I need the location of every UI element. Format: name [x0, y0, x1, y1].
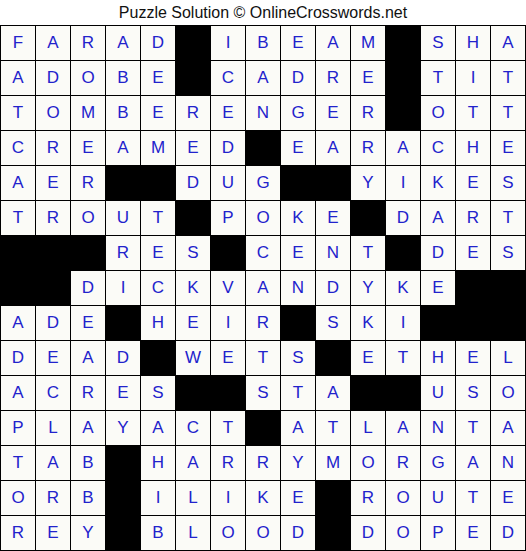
letter-cell: Y — [71, 516, 105, 550]
letter-cell: A — [1, 306, 35, 340]
black-square — [1, 271, 35, 305]
letter-cell: E — [351, 341, 385, 375]
letter-cell: G — [246, 166, 280, 200]
letter-cell: D — [491, 516, 525, 550]
letter-cell: D — [386, 201, 420, 235]
letter-cell: A — [1, 61, 35, 95]
letter-cell: Y — [351, 271, 385, 305]
letter-cell: E — [456, 236, 490, 270]
letter-cell: T — [1, 201, 35, 235]
letter-cell: S — [281, 341, 315, 375]
letter-cell: E — [141, 61, 175, 95]
letter-cell: M — [316, 446, 350, 480]
black-square — [106, 306, 140, 340]
black-square — [106, 516, 140, 550]
letter-cell: K — [421, 166, 455, 200]
black-square — [211, 376, 245, 410]
letter-cell: I — [211, 481, 245, 515]
letter-cell: A — [246, 271, 280, 305]
letter-cell: O — [71, 61, 105, 95]
black-square — [1, 236, 35, 270]
letter-cell: P — [211, 201, 245, 235]
letter-cell: B — [106, 61, 140, 95]
letter-cell: L — [176, 516, 210, 550]
letter-cell: O — [36, 96, 70, 130]
black-square — [386, 61, 420, 95]
letter-cell: D — [141, 26, 175, 60]
letter-cell: E — [421, 271, 455, 305]
letter-cell: A — [1, 376, 35, 410]
letter-cell: O — [71, 201, 105, 235]
letter-cell: K — [246, 481, 280, 515]
letter-cell: O — [386, 516, 420, 550]
black-square — [71, 236, 105, 270]
letter-cell: N — [281, 271, 315, 305]
letter-cell: E — [316, 96, 350, 130]
letter-cell: R — [36, 131, 70, 165]
letter-cell: V — [211, 271, 245, 305]
letter-cell: E — [141, 96, 175, 130]
black-square — [141, 341, 175, 375]
letter-cell: T — [456, 96, 490, 130]
black-square — [106, 446, 140, 480]
letter-cell: R — [386, 446, 420, 480]
black-square — [386, 376, 420, 410]
letter-cell: O — [1, 481, 35, 515]
letter-cell: E — [36, 516, 70, 550]
letter-cell: T — [211, 411, 245, 445]
letter-cell: E — [281, 26, 315, 60]
letter-cell: L — [36, 411, 70, 445]
puzzle-solution-page: Puzzle Solution © OnlineCrosswords.net F… — [0, 0, 526, 551]
black-square — [246, 411, 280, 445]
letter-cell: K — [281, 201, 315, 235]
black-square — [106, 166, 140, 200]
letter-cell: A — [491, 26, 525, 60]
black-square — [491, 271, 525, 305]
letter-cell: E — [106, 376, 140, 410]
letter-cell: D — [36, 61, 70, 95]
letter-cell: R — [36, 481, 70, 515]
letter-cell: I — [106, 271, 140, 305]
letter-cell: S — [491, 166, 525, 200]
black-square — [36, 236, 70, 270]
letter-cell: B — [71, 446, 105, 480]
letter-cell: D — [281, 516, 315, 550]
letter-cell: H — [421, 341, 455, 375]
letter-cell: S — [176, 236, 210, 270]
letter-cell: R — [106, 236, 140, 270]
letter-cell: D — [71, 271, 105, 305]
letter-cell: T — [1, 446, 35, 480]
letter-cell: E — [176, 306, 210, 340]
letter-cell: O — [246, 516, 280, 550]
letter-cell: D — [421, 236, 455, 270]
black-square — [386, 26, 420, 60]
letter-cell: L — [351, 411, 385, 445]
letter-cell: E — [211, 96, 245, 130]
letter-cell: E — [211, 341, 245, 375]
letter-cell: T — [456, 411, 490, 445]
letter-cell: I — [211, 26, 245, 60]
letter-cell: M — [351, 26, 385, 60]
letter-cell: D — [1, 341, 35, 375]
letter-cell: A — [386, 131, 420, 165]
black-square — [316, 516, 350, 550]
letter-cell: R — [246, 306, 280, 340]
letter-cell: E — [491, 481, 525, 515]
letter-cell: M — [71, 96, 105, 130]
letter-cell: T — [456, 481, 490, 515]
letter-cell: A — [106, 26, 140, 60]
letter-cell: R — [246, 446, 280, 480]
letter-cell: T — [246, 341, 280, 375]
letter-cell: O — [351, 446, 385, 480]
letter-cell: R — [71, 376, 105, 410]
letter-cell: L — [491, 341, 525, 375]
letter-cell: E — [491, 131, 525, 165]
letter-cell: R — [1, 516, 35, 550]
letter-cell: B — [141, 516, 175, 550]
letter-cell: Y — [106, 411, 140, 445]
letter-cell: I — [456, 61, 490, 95]
letter-cell: D — [36, 306, 70, 340]
letter-cell: T — [491, 61, 525, 95]
letter-cell: H — [456, 26, 490, 60]
letter-cell: S — [456, 376, 490, 410]
letter-cell: A — [36, 446, 70, 480]
letter-cell: N — [246, 96, 280, 130]
black-square — [491, 306, 525, 340]
letter-cell: A — [491, 411, 525, 445]
letter-cell: D — [351, 516, 385, 550]
letter-cell: T — [351, 236, 385, 270]
letter-cell: H — [456, 131, 490, 165]
page-title: Puzzle Solution © OnlineCrosswords.net — [0, 0, 526, 25]
letter-cell: S — [421, 26, 455, 60]
letter-cell: D — [211, 131, 245, 165]
black-square — [281, 306, 315, 340]
letter-cell: R — [176, 96, 210, 130]
letter-cell: E — [281, 131, 315, 165]
black-square — [456, 306, 490, 340]
letter-cell: A — [316, 26, 350, 60]
letter-cell: C — [246, 236, 280, 270]
letter-cell: R — [351, 131, 385, 165]
letter-cell: E — [281, 481, 315, 515]
black-square — [211, 236, 245, 270]
black-square — [106, 481, 140, 515]
letter-cell: F — [1, 26, 35, 60]
letter-cell: R — [71, 26, 105, 60]
letter-cell: T — [281, 376, 315, 410]
black-square — [281, 166, 315, 200]
letter-cell: D — [106, 341, 140, 375]
letter-cell: E — [36, 341, 70, 375]
black-square — [386, 236, 420, 270]
letter-cell: M — [141, 131, 175, 165]
letter-cell: I — [386, 306, 420, 340]
black-square — [36, 271, 70, 305]
letter-cell: B — [246, 26, 280, 60]
letter-cell: A — [421, 201, 455, 235]
letter-cell: E — [456, 166, 490, 200]
letter-cell: N — [421, 411, 455, 445]
letter-cell: A — [316, 376, 350, 410]
black-square — [316, 166, 350, 200]
letter-cell: C — [1, 131, 35, 165]
letter-cell: A — [36, 26, 70, 60]
black-square — [316, 481, 350, 515]
letter-cell: O — [211, 516, 245, 550]
letter-cell: Y — [281, 446, 315, 480]
letter-cell: D — [176, 166, 210, 200]
letter-cell: R — [71, 166, 105, 200]
letter-cell: A — [386, 411, 420, 445]
letter-cell: S — [316, 306, 350, 340]
letter-cell: E — [281, 236, 315, 270]
letter-cell: E — [351, 61, 385, 95]
letter-cell: C — [36, 376, 70, 410]
letter-cell: T — [386, 341, 420, 375]
letter-cell: C — [421, 131, 455, 165]
letter-cell: H — [141, 306, 175, 340]
letter-cell: A — [106, 131, 140, 165]
crossword-grid: FARADIBEAMSHAADOBECADRETITTOMBERENGEROTT… — [0, 25, 526, 551]
letter-cell: A — [316, 131, 350, 165]
letter-cell: G — [421, 446, 455, 480]
letter-cell: D — [316, 271, 350, 305]
letter-cell: B — [71, 481, 105, 515]
letter-cell: E — [316, 201, 350, 235]
black-square — [176, 26, 210, 60]
letter-cell: S — [141, 376, 175, 410]
black-square — [456, 271, 490, 305]
letter-cell: E — [141, 236, 175, 270]
letter-cell: O — [491, 376, 525, 410]
letter-cell: S — [491, 236, 525, 270]
black-square — [141, 166, 175, 200]
letter-cell: A — [1, 166, 35, 200]
black-square — [421, 306, 455, 340]
letter-cell: D — [281, 61, 315, 95]
letter-cell: N — [316, 236, 350, 270]
letter-cell: I — [141, 481, 175, 515]
letter-cell: S — [246, 376, 280, 410]
letter-cell: T — [1, 96, 35, 130]
letter-cell: A — [246, 61, 280, 95]
letter-cell: T — [491, 96, 525, 130]
letter-cell: A — [456, 446, 490, 480]
letter-cell: A — [71, 411, 105, 445]
letter-cell: E — [456, 516, 490, 550]
black-square — [351, 376, 385, 410]
letter-cell: E — [71, 131, 105, 165]
letter-cell: K — [386, 271, 420, 305]
letter-cell: I — [386, 166, 420, 200]
letter-cell: T — [316, 411, 350, 445]
letter-cell: K — [176, 271, 210, 305]
letter-cell: E — [71, 306, 105, 340]
black-square — [176, 61, 210, 95]
letter-cell: O — [421, 96, 455, 130]
letter-cell: O — [246, 201, 280, 235]
letter-cell: L — [176, 481, 210, 515]
letter-cell: P — [1, 411, 35, 445]
letter-cell: A — [176, 446, 210, 480]
letter-cell: R — [316, 61, 350, 95]
letter-cell: R — [211, 446, 245, 480]
black-square — [246, 131, 280, 165]
letter-cell: T — [491, 201, 525, 235]
letter-cell: B — [106, 96, 140, 130]
letter-cell: A — [141, 411, 175, 445]
letter-cell: C — [141, 271, 175, 305]
letter-cell: K — [351, 306, 385, 340]
letter-cell: R — [351, 481, 385, 515]
letter-cell: P — [421, 516, 455, 550]
black-square — [351, 201, 385, 235]
letter-cell: U — [421, 376, 455, 410]
letter-cell: N — [491, 446, 525, 480]
black-square — [176, 201, 210, 235]
letter-cell: A — [281, 411, 315, 445]
letter-cell: R — [351, 96, 385, 130]
letter-cell: I — [211, 306, 245, 340]
letter-cell: G — [281, 96, 315, 130]
letter-cell: C — [176, 411, 210, 445]
letter-cell: U — [211, 166, 245, 200]
letter-cell: E — [36, 166, 70, 200]
letter-cell: A — [71, 341, 105, 375]
letter-cell: R — [36, 201, 70, 235]
letter-cell: O — [386, 481, 420, 515]
letter-cell: T — [421, 61, 455, 95]
letter-cell: E — [456, 341, 490, 375]
letter-cell: R — [456, 201, 490, 235]
black-square — [386, 96, 420, 130]
letter-cell: T — [141, 201, 175, 235]
letter-cell: H — [141, 446, 175, 480]
letter-cell: E — [176, 131, 210, 165]
black-square — [176, 376, 210, 410]
letter-cell: Y — [351, 166, 385, 200]
letter-cell: U — [106, 201, 140, 235]
letter-cell: U — [421, 481, 455, 515]
letter-cell: W — [176, 341, 210, 375]
letter-cell: C — [211, 61, 245, 95]
black-square — [316, 341, 350, 375]
